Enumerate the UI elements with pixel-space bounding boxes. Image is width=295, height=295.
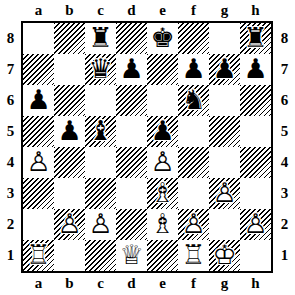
piece-black-bishop[interactable]: ♝ <box>85 116 116 147</box>
piece-black-pawn[interactable]: ♟ <box>54 116 85 147</box>
piece-white-pawn[interactable]: ♙ <box>85 209 116 240</box>
file-label-g: g <box>209 0 240 21</box>
rank-label-1: 1 <box>0 240 21 271</box>
square-g1[interactable]: ♚♔ <box>209 240 240 271</box>
rank-label-7: 7 <box>0 54 21 85</box>
square-c7[interactable]: ♛♛ <box>85 54 116 85</box>
file-label-g: g <box>209 273 240 295</box>
square-g8[interactable] <box>209 23 240 54</box>
square-b7[interactable] <box>54 54 85 85</box>
square-b6[interactable] <box>54 85 85 116</box>
square-c3[interactable] <box>85 178 116 209</box>
square-e8[interactable]: ♚♚ <box>147 23 178 54</box>
square-c2[interactable]: ♟♙ <box>85 209 116 240</box>
piece-black-rook[interactable]: ♜ <box>240 23 271 54</box>
file-label-d: d <box>116 0 147 21</box>
piece-black-queen[interactable]: ♛ <box>85 54 116 85</box>
rank-label-7: 7 <box>274 54 295 85</box>
piece-white-pawn[interactable]: ♙ <box>23 147 54 178</box>
chess-diagram: abcdefgh 87654321 87654321 ♜♜♚♚♜♜♛♛♟♟♟♟♟… <box>0 0 295 295</box>
rank-label-4: 4 <box>274 147 295 178</box>
file-label-a: a <box>23 0 54 21</box>
piece-white-rook[interactable]: ♖ <box>178 240 209 271</box>
square-g6[interactable] <box>209 85 240 116</box>
file-label-b: b <box>54 273 85 295</box>
piece-black-pawn[interactable]: ♟ <box>209 54 240 85</box>
square-h1[interactable] <box>240 240 271 271</box>
rank-label-3: 3 <box>274 178 295 209</box>
file-label-h: h <box>240 273 271 295</box>
rank-labels-right: 87654321 <box>274 23 295 271</box>
square-a6[interactable]: ♟♟ <box>23 85 54 116</box>
file-label-f: f <box>178 0 209 21</box>
piece-black-rook[interactable]: ♜ <box>85 23 116 54</box>
square-g5[interactable] <box>209 116 240 147</box>
square-g7[interactable]: ♟♟ <box>209 54 240 85</box>
square-e5[interactable]: ♟♟ <box>147 116 178 147</box>
piece-white-queen[interactable]: ♕ <box>116 240 147 271</box>
piece-black-pawn[interactable]: ♟ <box>178 54 209 85</box>
file-label-d: d <box>116 273 147 295</box>
file-label-f: f <box>178 273 209 295</box>
piece-white-pawn[interactable]: ♙ <box>209 178 240 209</box>
square-d7[interactable]: ♟♟ <box>116 54 147 85</box>
rank-label-3: 3 <box>0 178 21 209</box>
square-c1[interactable] <box>85 240 116 271</box>
square-b2[interactable]: ♟♙ <box>54 209 85 240</box>
square-h5[interactable] <box>240 116 271 147</box>
square-b4[interactable] <box>54 147 85 178</box>
piece-white-pawn[interactable]: ♙ <box>147 147 178 178</box>
square-b8[interactable] <box>54 23 85 54</box>
square-e6[interactable] <box>147 85 178 116</box>
square-b5[interactable]: ♟♟ <box>54 116 85 147</box>
file-label-c: c <box>85 273 116 295</box>
square-b3[interactable] <box>54 178 85 209</box>
square-d1[interactable]: ♛♕ <box>116 240 147 271</box>
rank-label-2: 2 <box>0 209 21 240</box>
piece-white-bishop[interactable]: ♗ <box>147 178 178 209</box>
piece-black-pawn[interactable]: ♟ <box>23 85 54 116</box>
square-a2[interactable] <box>23 209 54 240</box>
rank-label-2: 2 <box>274 209 295 240</box>
piece-white-bishop[interactable]: ♗ <box>147 209 178 240</box>
file-label-e: e <box>147 0 178 21</box>
file-label-c: c <box>85 0 116 21</box>
file-label-e: e <box>147 273 178 295</box>
piece-black-king[interactable]: ♚ <box>147 23 178 54</box>
square-c6[interactable] <box>85 85 116 116</box>
square-c5[interactable]: ♝♝ <box>85 116 116 147</box>
square-a4[interactable]: ♟♙ <box>23 147 54 178</box>
square-f1[interactable]: ♜♖ <box>178 240 209 271</box>
piece-black-pawn[interactable]: ♟ <box>240 54 271 85</box>
chess-board: ♜♜♚♚♜♜♛♛♟♟♟♟♟♟♟♟♟♟♞♞♟♟♝♝♟♟♟♙♟♙♝♗♟♙♟♙♟♙♝♗… <box>21 21 273 273</box>
square-e2[interactable]: ♝♗ <box>147 209 178 240</box>
square-c4[interactable] <box>85 147 116 178</box>
square-e1[interactable] <box>147 240 178 271</box>
square-d3[interactable] <box>116 178 147 209</box>
piece-black-pawn[interactable]: ♟ <box>116 54 147 85</box>
square-d5[interactable] <box>116 116 147 147</box>
square-a7[interactable] <box>23 54 54 85</box>
square-d2[interactable] <box>116 209 147 240</box>
square-d6[interactable] <box>116 85 147 116</box>
file-label-a: a <box>23 273 54 295</box>
square-f5[interactable] <box>178 116 209 147</box>
piece-white-king[interactable]: ♔ <box>209 240 240 271</box>
file-label-h: h <box>240 0 271 21</box>
square-h3[interactable] <box>240 178 271 209</box>
piece-black-pawn[interactable]: ♟ <box>147 116 178 147</box>
square-a1[interactable]: ♜♖ <box>23 240 54 271</box>
square-f6[interactable]: ♞♞ <box>178 85 209 116</box>
rank-label-5: 5 <box>274 116 295 147</box>
square-f3[interactable] <box>178 178 209 209</box>
square-h4[interactable] <box>240 147 271 178</box>
rank-label-1: 1 <box>274 240 295 271</box>
file-labels-top: abcdefgh <box>23 0 271 21</box>
square-c8[interactable]: ♜♜ <box>85 23 116 54</box>
piece-white-pawn[interactable]: ♙ <box>178 209 209 240</box>
square-e3[interactable]: ♝♗ <box>147 178 178 209</box>
square-a3[interactable] <box>23 178 54 209</box>
rank-label-5: 5 <box>0 116 21 147</box>
piece-white-pawn[interactable]: ♙ <box>240 209 271 240</box>
rank-label-8: 8 <box>0 23 21 54</box>
square-h6[interactable] <box>240 85 271 116</box>
rank-labels-left: 87654321 <box>0 23 21 271</box>
file-labels-bottom: abcdefgh <box>23 273 271 295</box>
piece-white-pawn[interactable]: ♙ <box>54 209 85 240</box>
square-a5[interactable] <box>23 116 54 147</box>
square-d8[interactable] <box>116 23 147 54</box>
square-h8[interactable]: ♜♜ <box>240 23 271 54</box>
square-e7[interactable] <box>147 54 178 85</box>
square-h7[interactable]: ♟♟ <box>240 54 271 85</box>
square-f4[interactable] <box>178 147 209 178</box>
square-b1[interactable] <box>54 240 85 271</box>
rank-label-8: 8 <box>274 23 295 54</box>
square-f8[interactable] <box>178 23 209 54</box>
square-g2[interactable] <box>209 209 240 240</box>
square-g4[interactable] <box>209 147 240 178</box>
square-d4[interactable] <box>116 147 147 178</box>
piece-black-knight[interactable]: ♞ <box>178 85 209 116</box>
rank-label-4: 4 <box>0 147 21 178</box>
piece-white-rook[interactable]: ♖ <box>23 240 54 271</box>
square-g3[interactable]: ♟♙ <box>209 178 240 209</box>
rank-label-6: 6 <box>0 85 21 116</box>
square-e4[interactable]: ♟♙ <box>147 147 178 178</box>
file-label-b: b <box>54 0 85 21</box>
square-h2[interactable]: ♟♙ <box>240 209 271 240</box>
square-f7[interactable]: ♟♟ <box>178 54 209 85</box>
square-f2[interactable]: ♟♙ <box>178 209 209 240</box>
square-a8[interactable] <box>23 23 54 54</box>
rank-label-6: 6 <box>274 85 295 116</box>
